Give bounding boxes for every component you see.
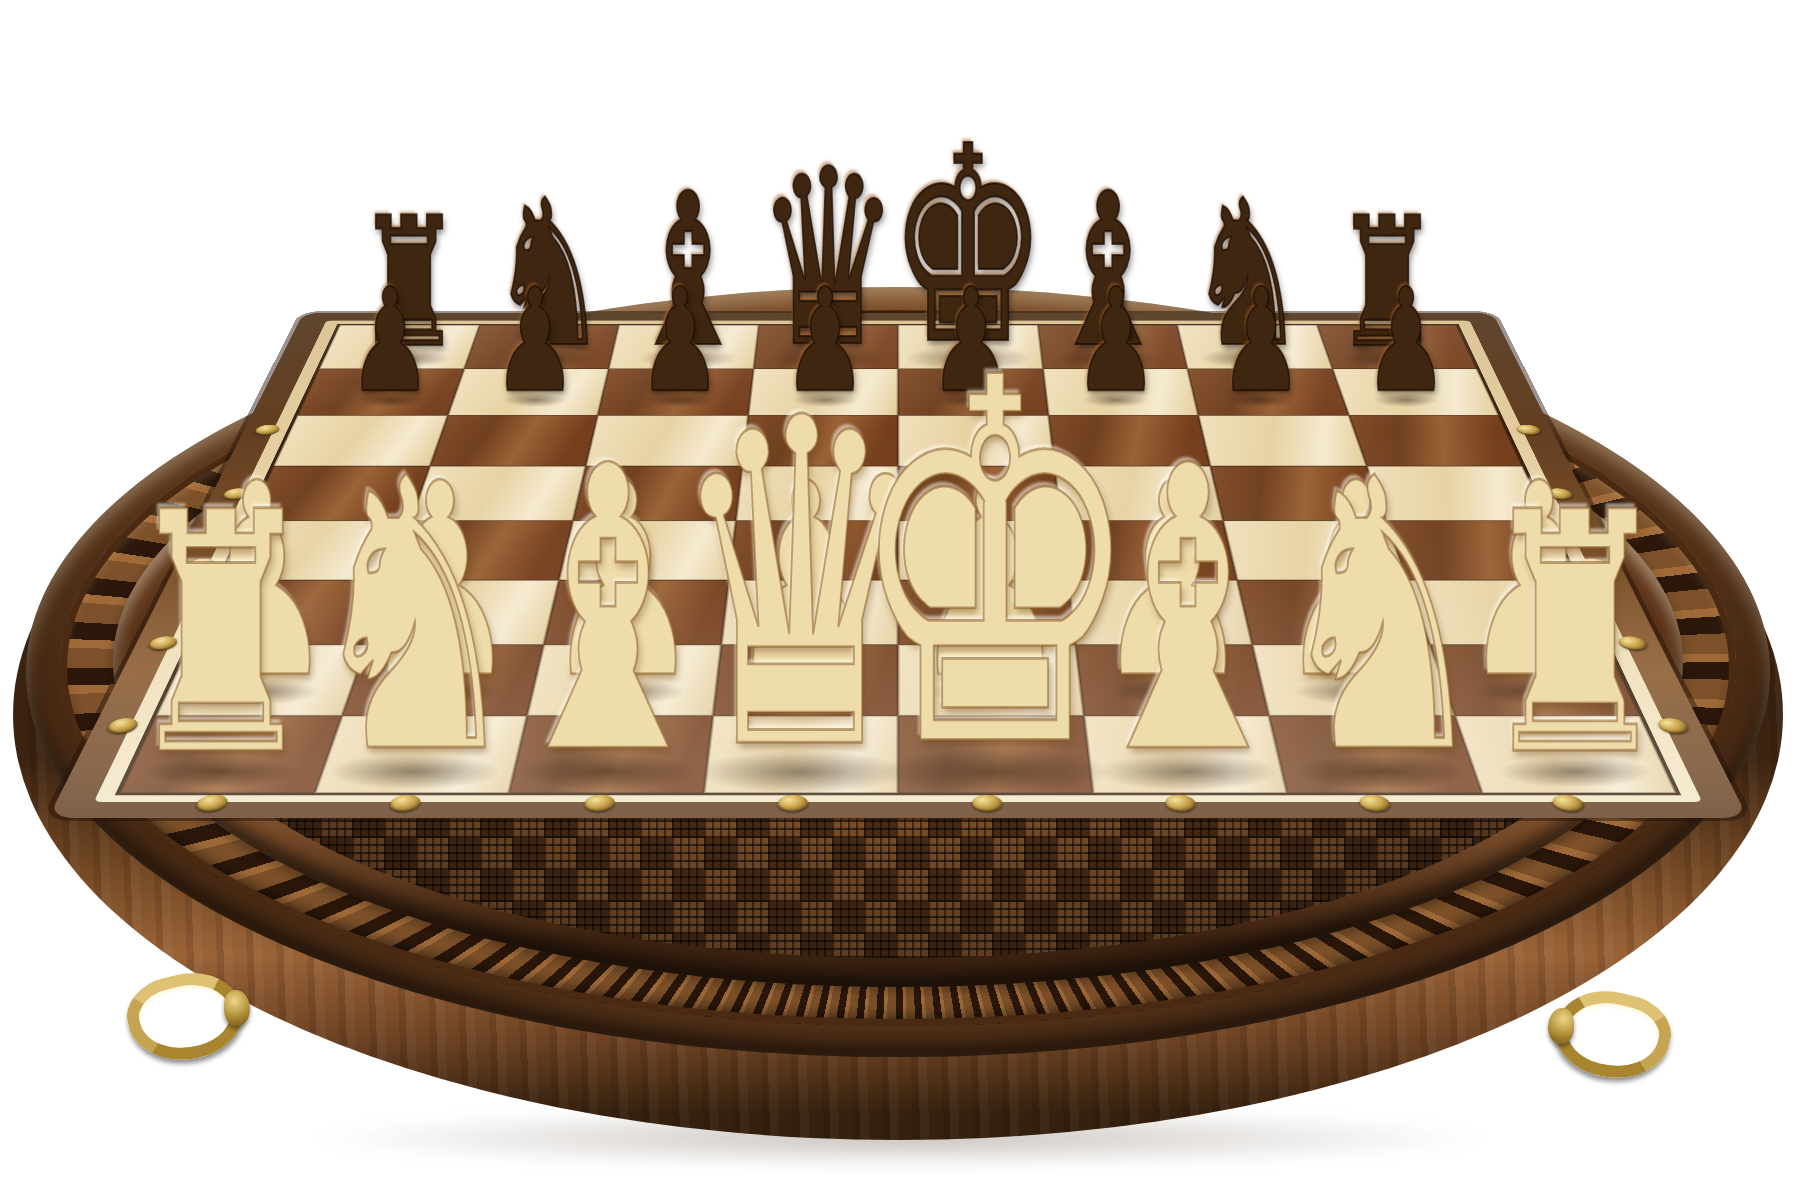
square-a6 [274,415,448,466]
square-d4 [728,521,898,580]
chessboard-module [48,313,1748,818]
brass-screw-icon [583,795,616,812]
brass-screw-icon [972,795,1003,812]
square-h8 [1317,325,1477,369]
chess-table-photo: Round hand-carved walnut chess table wit… [0,0,1800,1200]
square-f2 [1075,645,1269,716]
handle-knob-icon [224,990,250,1026]
square-e6 [898,415,1054,466]
square-d3 [721,580,898,645]
square-e5 [898,466,1061,521]
square-a1 [120,715,342,793]
handle-knob-icon [1548,1008,1574,1044]
square-g3 [1237,580,1429,645]
square-a8 [319,325,479,369]
square-f1 [1083,715,1287,793]
square-e1 [898,715,1093,793]
square-a7 [297,369,464,416]
square-a2 [156,645,366,716]
square-h1 [1454,715,1676,793]
square-f5 [1054,466,1223,521]
square-e2 [898,645,1083,716]
square-g8 [1177,325,1332,369]
square-e7 [898,369,1048,416]
square-e8 [898,325,1043,369]
square-g7 [1187,369,1348,416]
square-f7 [1043,369,1199,416]
square-c7 [598,369,754,416]
square-c8 [609,325,759,369]
square-c3 [544,580,729,645]
brass-handle-right [1538,984,1688,1074]
square-g4 [1223,521,1406,580]
square-f8 [1038,325,1188,369]
square-g6 [1198,415,1366,466]
square-a4 [220,521,410,580]
square-c1 [509,715,713,793]
square-c4 [559,521,736,580]
square-f3 [1068,580,1253,645]
square-b2 [342,645,544,716]
square-g1 [1269,715,1482,793]
square-d6 [742,415,898,466]
square-f4 [1061,521,1238,580]
square-c2 [527,645,721,716]
square-d8 [753,325,898,369]
brass-screw-icon [778,795,809,812]
square-h6 [1349,415,1523,466]
square-h7 [1332,369,1499,416]
square-g2 [1252,645,1454,716]
brass-handle-left [110,966,260,1056]
square-a5 [248,466,430,521]
square-b8 [464,325,619,369]
square-c5 [573,466,742,521]
square-h5 [1366,466,1548,521]
square-f6 [1048,415,1210,466]
square-b6 [430,415,598,466]
square-a3 [189,580,389,645]
square-e3 [898,580,1075,645]
square-c6 [586,415,748,466]
square-b5 [410,466,585,521]
square-h3 [1407,580,1607,645]
squares-grid [120,325,1677,793]
square-d7 [748,369,898,416]
square-h4 [1386,521,1576,580]
square-b1 [314,715,527,793]
square-d5 [735,466,898,521]
square-d2 [713,645,898,716]
square-b7 [447,369,608,416]
square-h2 [1429,645,1639,716]
square-b3 [367,580,559,645]
square-g5 [1210,466,1385,521]
square-e4 [898,521,1068,580]
square-b4 [389,521,572,580]
square-d1 [703,715,898,793]
